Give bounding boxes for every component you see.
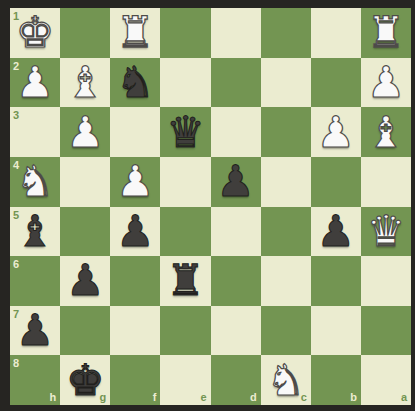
square-d3[interactable] bbox=[211, 107, 261, 157]
piece-white-pawn[interactable]: ♟ bbox=[361, 58, 411, 108]
rank-label-6: 6 bbox=[13, 259, 19, 270]
square-c5[interactable] bbox=[261, 207, 311, 257]
file-label-e: e bbox=[200, 392, 206, 403]
square-f1[interactable]: ♜ bbox=[110, 8, 160, 58]
piece-black-knight[interactable]: ♞ bbox=[110, 58, 160, 108]
square-b3[interactable]: ♟ bbox=[311, 107, 361, 157]
file-label-a: a bbox=[401, 392, 407, 403]
square-e5[interactable] bbox=[160, 207, 210, 257]
square-g2[interactable]: ♝ bbox=[60, 58, 110, 108]
square-a3[interactable]: ♝ bbox=[361, 107, 411, 157]
square-c6[interactable] bbox=[261, 256, 311, 306]
file-label-f: f bbox=[153, 392, 157, 403]
piece-black-queen[interactable]: ♛ bbox=[160, 107, 210, 157]
piece-white-knight[interactable]: ♞ bbox=[261, 355, 311, 405]
square-d7[interactable] bbox=[211, 306, 261, 356]
rank-label-3: 3 bbox=[13, 110, 19, 121]
piece-white-pawn[interactable]: ♟ bbox=[110, 157, 160, 207]
square-a8[interactable]: a bbox=[361, 355, 411, 405]
piece-white-bishop[interactable]: ♝ bbox=[60, 58, 110, 108]
square-f8[interactable]: f bbox=[110, 355, 160, 405]
square-g4[interactable] bbox=[60, 157, 110, 207]
piece-white-king[interactable]: ♚ bbox=[10, 8, 60, 58]
square-a1[interactable]: ♜ bbox=[361, 8, 411, 58]
square-h6[interactable]: 6 bbox=[10, 256, 60, 306]
piece-white-knight[interactable]: ♞ bbox=[10, 157, 60, 207]
square-e8[interactable]: e bbox=[160, 355, 210, 405]
square-g5[interactable] bbox=[60, 207, 110, 257]
square-c2[interactable] bbox=[261, 58, 311, 108]
file-label-b: b bbox=[350, 392, 357, 403]
square-b8[interactable]: b bbox=[311, 355, 361, 405]
chess-board: 1♚♜♜2♟♝♞♟3♟♛♟♝4♞♟♟5♝♟♟♛6♟♜7♟8hg♚fedc♞ba bbox=[10, 8, 411, 405]
square-e4[interactable] bbox=[160, 157, 210, 207]
square-e2[interactable] bbox=[160, 58, 210, 108]
piece-white-rook[interactable]: ♜ bbox=[110, 8, 160, 58]
piece-black-rook[interactable]: ♜ bbox=[160, 256, 210, 306]
square-d5[interactable] bbox=[211, 207, 261, 257]
square-b2[interactable] bbox=[311, 58, 361, 108]
square-c1[interactable] bbox=[261, 8, 311, 58]
file-label-h: h bbox=[49, 392, 56, 403]
piece-white-bishop[interactable]: ♝ bbox=[361, 107, 411, 157]
square-e7[interactable] bbox=[160, 306, 210, 356]
square-d4[interactable]: ♟ bbox=[211, 157, 261, 207]
square-e1[interactable] bbox=[160, 8, 210, 58]
square-c7[interactable] bbox=[261, 306, 311, 356]
square-g7[interactable] bbox=[60, 306, 110, 356]
piece-black-pawn[interactable]: ♟ bbox=[311, 207, 361, 257]
square-h8[interactable]: 8h bbox=[10, 355, 60, 405]
square-b7[interactable] bbox=[311, 306, 361, 356]
rank-label-8: 8 bbox=[13, 358, 19, 369]
piece-black-pawn[interactable]: ♟ bbox=[10, 306, 60, 356]
square-h4[interactable]: 4♞ bbox=[10, 157, 60, 207]
piece-black-pawn[interactable]: ♟ bbox=[211, 157, 261, 207]
square-b1[interactable] bbox=[311, 8, 361, 58]
piece-white-pawn[interactable]: ♟ bbox=[10, 58, 60, 108]
square-c3[interactable] bbox=[261, 107, 311, 157]
square-h7[interactable]: 7♟ bbox=[10, 306, 60, 356]
square-g8[interactable]: g♚ bbox=[60, 355, 110, 405]
square-c8[interactable]: c♞ bbox=[261, 355, 311, 405]
piece-white-pawn[interactable]: ♟ bbox=[60, 107, 110, 157]
square-d8[interactable]: d bbox=[211, 355, 261, 405]
square-d6[interactable] bbox=[211, 256, 261, 306]
piece-black-king[interactable]: ♚ bbox=[60, 355, 110, 405]
square-d2[interactable] bbox=[211, 58, 261, 108]
square-f2[interactable]: ♞ bbox=[110, 58, 160, 108]
square-d1[interactable] bbox=[211, 8, 261, 58]
square-h5[interactable]: 5♝ bbox=[10, 207, 60, 257]
piece-white-queen[interactable]: ♛ bbox=[361, 207, 411, 257]
square-f7[interactable] bbox=[110, 306, 160, 356]
square-a6[interactable] bbox=[361, 256, 411, 306]
piece-black-bishop[interactable]: ♝ bbox=[10, 207, 60, 257]
piece-white-rook[interactable]: ♜ bbox=[361, 8, 411, 58]
square-c4[interactable] bbox=[261, 157, 311, 207]
square-f5[interactable]: ♟ bbox=[110, 207, 160, 257]
square-b5[interactable]: ♟ bbox=[311, 207, 361, 257]
square-g3[interactable]: ♟ bbox=[60, 107, 110, 157]
square-f3[interactable] bbox=[110, 107, 160, 157]
piece-white-pawn[interactable]: ♟ bbox=[311, 107, 361, 157]
square-h1[interactable]: 1♚ bbox=[10, 8, 60, 58]
square-e6[interactable]: ♜ bbox=[160, 256, 210, 306]
square-h3[interactable]: 3 bbox=[10, 107, 60, 157]
piece-black-pawn[interactable]: ♟ bbox=[60, 256, 110, 306]
square-b6[interactable] bbox=[311, 256, 361, 306]
piece-black-pawn[interactable]: ♟ bbox=[110, 207, 160, 257]
square-f4[interactable]: ♟ bbox=[110, 157, 160, 207]
square-f6[interactable] bbox=[110, 256, 160, 306]
square-g1[interactable] bbox=[60, 8, 110, 58]
square-a2[interactable]: ♟ bbox=[361, 58, 411, 108]
square-a5[interactable]: ♛ bbox=[361, 207, 411, 257]
square-h2[interactable]: 2♟ bbox=[10, 58, 60, 108]
square-b4[interactable] bbox=[311, 157, 361, 207]
square-a4[interactable] bbox=[361, 157, 411, 207]
square-a7[interactable] bbox=[361, 306, 411, 356]
file-label-d: d bbox=[250, 392, 257, 403]
square-g6[interactable]: ♟ bbox=[60, 256, 110, 306]
square-e3[interactable]: ♛ bbox=[160, 107, 210, 157]
